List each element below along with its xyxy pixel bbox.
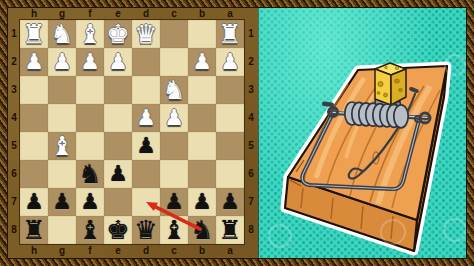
square-e5[interactable] [104,132,132,160]
square-d4[interactable]: ♟ [132,104,160,132]
square-c6[interactable] [160,160,188,188]
square-b6[interactable] [188,160,216,188]
white-queen-d1[interactable]: ♛ [132,20,160,48]
square-h7[interactable]: ♟ [20,188,48,216]
rank-label-right-8: 8 [244,216,258,244]
spring-coil [345,102,408,128]
black-rook-h8[interactable]: ♜ [20,216,48,244]
file-label-bottom-g: g [48,244,76,258]
square-a2[interactable]: ♟ [216,48,244,76]
mousetrap-panel [258,8,466,258]
file-label-top-c: c [160,8,188,20]
file-label-bottom-d: d [132,244,160,258]
square-c8[interactable]: ♝ [160,216,188,244]
square-g8[interactable] [48,216,76,244]
square-a4[interactable] [216,104,244,132]
black-bishop-f8[interactable]: ♝ [76,216,104,244]
white-pawn-h2[interactable]: ♟ [20,48,48,76]
square-e7[interactable] [104,188,132,216]
square-d3[interactable] [132,76,160,104]
square-d7[interactable] [132,188,160,216]
rank-label-right-6: 6 [244,160,258,188]
square-f4[interactable] [76,104,104,132]
white-pawn-c4[interactable]: ♟ [160,104,188,132]
square-b2[interactable]: ♟ [188,48,216,76]
square-h2[interactable]: ♟ [20,48,48,76]
square-d5[interactable]: ♟ [132,132,160,160]
square-f5[interactable] [76,132,104,160]
square-d2[interactable] [132,48,160,76]
white-pawn-g2[interactable]: ♟ [48,48,76,76]
rank-label-right-4: 4 [244,104,258,132]
rank-labels-left: 12345678 [8,20,20,244]
square-c2[interactable] [160,48,188,76]
rank-label-left-1: 1 [8,20,20,48]
white-pawn-a2[interactable]: ♟ [216,48,244,76]
square-a8[interactable]: ♜ [216,216,244,244]
rank-label-right-7: 7 [244,188,258,216]
chessboard: ♜♞♝♚♛♜♟♟♟♟♟♟♞♟♟♝♟♞♟♟♟♟♟♟♟♜♝♚♛♝♞♜ [20,20,244,244]
file-label-bottom-a: a [216,244,244,258]
rank-label-left-3: 3 [8,76,20,104]
black-knight-f6[interactable]: ♞ [76,160,104,188]
square-a7[interactable]: ♟ [216,188,244,216]
file-label-bottom-h: h [20,244,48,258]
square-a1[interactable]: ♜ [216,20,244,48]
cheese [375,63,406,105]
content-area: hgfedcba hgfedcba 12345678 12345678 ♜♞♝♚… [8,8,466,258]
black-pawn-h7[interactable]: ♟ [20,188,48,216]
square-b8[interactable]: ♞ [188,216,216,244]
white-pawn-d4[interactable]: ♟ [132,104,160,132]
black-pawn-d5[interactable]: ♟ [132,132,160,160]
square-g7[interactable]: ♟ [48,188,76,216]
black-queen-d8[interactable]: ♛ [132,216,160,244]
black-pawn-g7[interactable]: ♟ [48,188,76,216]
black-knight-b8[interactable]: ♞ [188,216,216,244]
square-c7[interactable]: ♟ [160,188,188,216]
square-c1[interactable] [160,20,188,48]
white-knight-c3[interactable]: ♞ [160,76,188,104]
white-rook-h1[interactable]: ♜ [20,20,48,48]
square-h3[interactable] [20,76,48,104]
rank-label-right-2: 2 [244,48,258,76]
screenshot: hgfedcba hgfedcba 12345678 12345678 ♜♞♝♚… [0,0,474,266]
file-label-bottom-b: b [188,244,216,258]
white-rook-a1[interactable]: ♜ [216,20,244,48]
square-b4[interactable] [188,104,216,132]
rank-label-left-4: 4 [8,104,20,132]
square-b7[interactable]: ♟ [188,188,216,216]
black-pawn-e6[interactable]: ♟ [104,160,132,188]
square-f7[interactable]: ♟ [76,188,104,216]
file-label-bottom-f: f [76,244,104,258]
square-f6[interactable]: ♞ [76,160,104,188]
rank-label-left-6: 6 [8,160,20,188]
file-label-bottom-e: e [104,244,132,258]
rank-label-right-3: 3 [244,76,258,104]
square-f3[interactable] [76,76,104,104]
square-h8[interactable]: ♜ [20,216,48,244]
rank-label-left-2: 2 [8,48,20,76]
square-h6[interactable] [20,160,48,188]
mousetrap-illustration [258,8,466,258]
white-knight-g1[interactable]: ♞ [48,20,76,48]
square-g1[interactable]: ♞ [48,20,76,48]
black-pawn-f7[interactable]: ♟ [76,188,104,216]
rank-label-right-5: 5 [244,132,258,160]
square-e6[interactable]: ♟ [104,160,132,188]
square-f2[interactable]: ♟ [76,48,104,76]
square-c5[interactable] [160,132,188,160]
square-b5[interactable] [188,132,216,160]
white-pawn-b2[interactable]: ♟ [188,48,216,76]
rank-label-left-5: 5 [8,132,20,160]
file-label-bottom-c: c [160,244,188,258]
square-d6[interactable] [132,160,160,188]
square-g3[interactable] [48,76,76,104]
black-bishop-c8[interactable]: ♝ [160,216,188,244]
rank-label-left-7: 7 [8,188,20,216]
square-e4[interactable] [104,104,132,132]
cheese-front-face [375,69,391,105]
rank-label-left-8: 8 [8,216,20,244]
file-label-top-b: b [188,8,216,20]
square-a5[interactable] [216,132,244,160]
square-g4[interactable] [48,104,76,132]
square-g2[interactable]: ♟ [48,48,76,76]
square-h5[interactable] [20,132,48,160]
file-labels-bottom: hgfedcba [20,244,244,258]
black-pawn-c7[interactable]: ♟ [160,188,188,216]
square-a3[interactable] [216,76,244,104]
black-pawn-b7[interactable]: ♟ [188,188,216,216]
black-pawn-a7[interactable]: ♟ [216,188,244,216]
white-bishop-f1[interactable]: ♝ [76,20,104,48]
square-c3[interactable]: ♞ [160,76,188,104]
square-b1[interactable] [188,20,216,48]
square-a6[interactable] [216,160,244,188]
square-h1[interactable]: ♜ [20,20,48,48]
square-b3[interactable] [188,76,216,104]
rank-labels-right: 12345678 [244,20,258,244]
square-g5[interactable]: ♝ [48,132,76,160]
black-rook-a8[interactable]: ♜ [216,216,244,244]
square-g6[interactable] [48,160,76,188]
square-e1[interactable]: ♚ [104,20,132,48]
square-e8[interactable]: ♚ [104,216,132,244]
square-f1[interactable]: ♝ [76,20,104,48]
chessboard-panel: hgfedcba hgfedcba 12345678 12345678 ♜♞♝♚… [8,8,258,258]
square-d1[interactable]: ♛ [132,20,160,48]
square-e3[interactable] [104,76,132,104]
square-f8[interactable]: ♝ [76,216,104,244]
white-bishop-g5[interactable]: ♝ [48,132,76,160]
white-pawn-f2[interactable]: ♟ [76,48,104,76]
square-c4[interactable]: ♟ [160,104,188,132]
square-e2[interactable]: ♟ [104,48,132,76]
square-d8[interactable]: ♛ [132,216,160,244]
white-pawn-e2[interactable]: ♟ [104,48,132,76]
square-h4[interactable] [20,104,48,132]
board-grid: ♜♞♝♚♛♜♟♟♟♟♟♟♞♟♟♝♟♞♟♟♟♟♟♟♟♜♝♚♛♝♞♜ [20,20,244,244]
rank-label-right-1: 1 [244,20,258,48]
black-king-e8[interactable]: ♚ [104,216,132,244]
white-king-e1[interactable]: ♚ [104,20,132,48]
